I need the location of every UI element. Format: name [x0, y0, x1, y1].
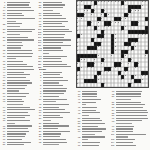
- clue-text-greeked: [7, 144, 24, 145]
- clue-text-greeked: [43, 142, 68, 143]
- clue-text-greeked: [43, 34, 66, 35]
- clue-text-greeked: [7, 4, 29, 5]
- clue-text-greeked: [7, 107, 30, 108]
- clue-text-greeked: [43, 144, 60, 145]
- clue-text-greeked: [116, 142, 134, 143]
- clue-text-greeked: [7, 104, 23, 105]
- clue-column-1: 1411141518192223242730313234353738404344…: [2, 1, 35, 149]
- clue-text-greeked: [43, 139, 67, 140]
- clue-text-greeked: [43, 29, 70, 30]
- clue-text-greeked: [43, 90, 66, 91]
- clue-text-greeked: [7, 123, 16, 124]
- clue-text-greeked: [7, 77, 26, 78]
- clue-text-greeked: [43, 82, 60, 83]
- clue-text-greeked: [7, 72, 25, 73]
- clue-text-greeked: [43, 53, 50, 54]
- clue-text-greeked: [7, 37, 29, 38]
- clue-text-greeked: [7, 112, 29, 113]
- clue-text-greeked: [7, 29, 35, 30]
- clue-text-greeked: [7, 18, 35, 19]
- clue-text-greeked: [43, 18, 67, 19]
- clue-text-greeked: [43, 39, 71, 40]
- clue-text-greeked: [82, 93, 98, 94]
- clue-text-greeked: [43, 133, 61, 134]
- clue-text-greeked: [116, 136, 129, 137]
- clue-text-greeked: [116, 102, 141, 103]
- clue-text-greeked: [43, 125, 70, 126]
- clue-text-greeked: [82, 134, 96, 135]
- clue-text-greeked: [7, 133, 26, 134]
- clue-text-greeked: [7, 61, 24, 62]
- clue-text-greeked: [43, 96, 59, 97]
- clue-text-greeked: [7, 64, 27, 65]
- clue-text-greeked: [7, 2, 30, 3]
- clue-text-greeked: [82, 145, 99, 146]
- clue-number: [38, 143, 42, 146]
- clue-text-greeked: [82, 123, 106, 124]
- clue-number: 105: [111, 144, 115, 147]
- crossword-page: 1411141518192223242730313234353738404344…: [0, 0, 150, 150]
- clue-text-greeked: [7, 47, 22, 48]
- clue-text-greeked: [43, 13, 60, 14]
- clue-text-greeked: [82, 115, 89, 116]
- clue-text-greeked: [43, 47, 61, 48]
- crossword-grid: [76, 0, 149, 88]
- clue-text-greeked: [7, 82, 32, 83]
- clue-item[interactable]: 105: [111, 144, 149, 147]
- clue-text-greeked: [7, 139, 23, 140]
- clue-text-greeked: [82, 110, 97, 111]
- clue-text-greeked: [7, 10, 34, 11]
- clue-text-greeked: [43, 131, 70, 132]
- clue-text-greeked: [7, 26, 21, 27]
- clue-text-greeked: [82, 126, 98, 127]
- clue-text-greeked: [43, 4, 65, 5]
- clue-text-greeked: [43, 104, 70, 105]
- clue-column-3: 3336394142454748515357585960626971: [77, 90, 108, 149]
- clue-text-greeked: [7, 99, 23, 100]
- clue-item[interactable]: 81: [2, 143, 35, 146]
- clue-text-greeked: [43, 37, 64, 38]
- clue-text-greeked: [43, 64, 67, 65]
- clue-text-greeked: [116, 110, 148, 111]
- clue-text-greeked: [43, 77, 63, 78]
- clue-text-greeked: [43, 56, 68, 57]
- clue-text-greeked: [116, 118, 148, 119]
- clue-text-greeked: [43, 2, 62, 3]
- clue-text-greeked: [7, 120, 31, 121]
- clue-text-greeked: [43, 61, 62, 62]
- clue-text-greeked: [82, 107, 98, 108]
- grid-cell[interactable]: [145, 83, 148, 87]
- clue-text-greeked: [43, 72, 62, 73]
- clue-number: 71: [77, 144, 81, 147]
- clue-text-greeked: [43, 10, 54, 11]
- clue-text-greeked: [116, 115, 148, 116]
- clue-text-greeked: [7, 80, 30, 81]
- clue-text-greeked: [7, 39, 34, 40]
- clue-column-4: 7378808182838485879193969799101102104105: [111, 90, 149, 149]
- clue-text-greeked: [116, 91, 142, 92]
- clue-text-greeked: [7, 53, 33, 54]
- clue-text-greeked: [7, 21, 17, 22]
- clue-number: 81: [2, 143, 6, 146]
- clue-text-greeked: [7, 131, 29, 132]
- clue-text-greeked: [116, 107, 143, 108]
- clue-text-greeked: [116, 145, 137, 146]
- clue-text-greeked: [82, 142, 100, 143]
- clue-text-greeked: [82, 118, 100, 119]
- clue-item[interactable]: 71: [77, 144, 108, 147]
- clue-text-greeked: [43, 21, 69, 22]
- clue-text-greeked: [43, 26, 65, 27]
- clue-text-greeked: [7, 13, 23, 14]
- clue-text-greeked: [7, 115, 31, 116]
- clue-text-greeked: [7, 69, 34, 70]
- clue-text-greeked: [116, 128, 134, 129]
- clue-text-greeked: [116, 123, 132, 124]
- clue-text-greeked: [43, 107, 59, 108]
- clue-text-greeked: [116, 126, 135, 127]
- clue-text-greeked: [7, 142, 32, 143]
- clue-text-greeked: [116, 93, 142, 94]
- clue-text-greeked: [43, 123, 59, 124]
- clue-text-greeked: [7, 90, 20, 91]
- clue-text-greeked: [82, 102, 96, 103]
- clue-text-greeked: [7, 34, 20, 35]
- clue-wrap-line[interactable]: [38, 143, 72, 146]
- clue-text-greeked: [7, 125, 33, 126]
- clue-text-greeked: [116, 99, 132, 100]
- clue-text-greeked: [82, 128, 106, 129]
- clue-text-greeked: [43, 99, 68, 100]
- clue-text-greeked: [82, 136, 106, 137]
- clue-text-greeked: [43, 120, 51, 121]
- clue-text-greeked: [7, 56, 32, 57]
- clue-text-greeked: [82, 99, 102, 100]
- clue-text-greeked: [43, 80, 69, 81]
- clue-text-greeked: [43, 45, 72, 46]
- clue-text-greeked: [7, 45, 24, 46]
- clue-text-greeked: [7, 96, 26, 97]
- clue-text-greeked: [43, 88, 67, 89]
- clue-text-greeked: [7, 88, 25, 89]
- clue-text-greeked: [43, 112, 71, 113]
- clue-column-2: 8386888990929495981001021031061081091111…: [38, 1, 72, 149]
- clue-text-greeked: [116, 134, 147, 135]
- clue-text-greeked: [43, 115, 61, 116]
- clue-text-greeked: [82, 91, 98, 92]
